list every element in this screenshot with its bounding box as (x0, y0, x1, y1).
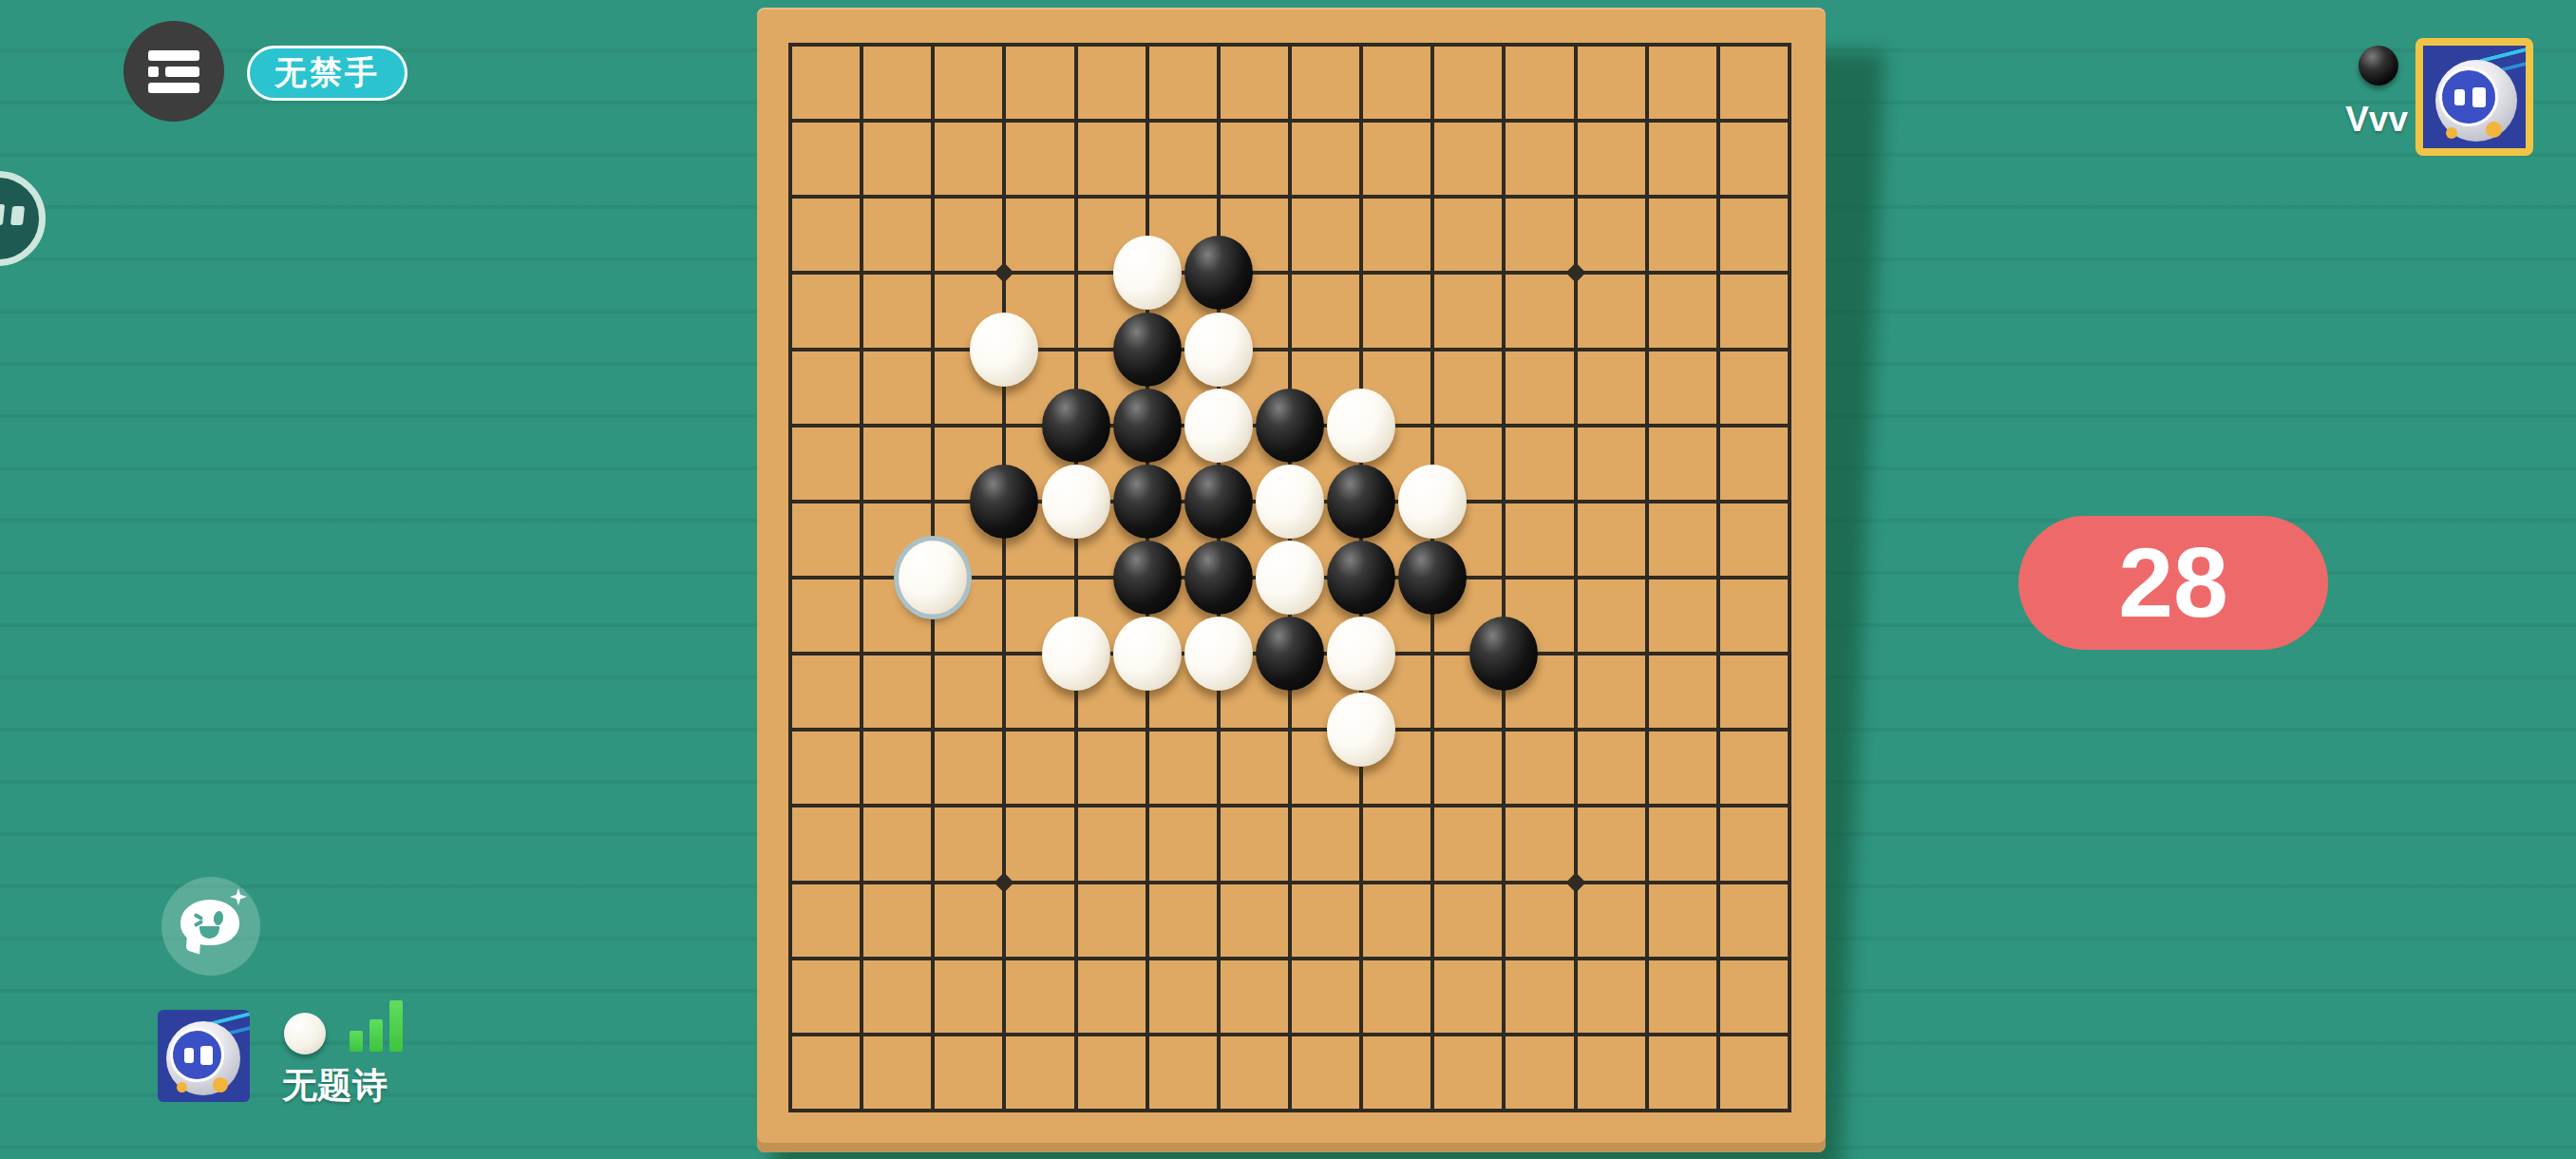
assistant-edge-button[interactable] (0, 171, 46, 266)
self-name: 无题诗 (282, 1062, 388, 1110)
opponent-avatar[interactable] (2415, 38, 2533, 156)
stone-white-last-move (899, 541, 967, 615)
stone-black (970, 465, 1038, 539)
signal-bar (350, 1031, 363, 1052)
stone-black (1256, 617, 1324, 691)
grid-line (788, 1033, 1791, 1036)
self-white-stone-icon (284, 1013, 326, 1054)
stone-white (1398, 465, 1467, 539)
stone-white (1042, 465, 1110, 539)
stone-white (970, 313, 1038, 387)
stone-white (1184, 313, 1253, 387)
grid-line (788, 728, 1791, 731)
stone-black (1469, 617, 1538, 691)
grid-line (1788, 43, 1791, 1112)
stone-black (1327, 465, 1395, 539)
stone-black (1327, 541, 1395, 615)
stone-black (1256, 389, 1324, 463)
stone-white (1042, 617, 1110, 691)
grid-line (788, 1109, 1791, 1112)
signal-bar (369, 1019, 383, 1052)
star-point (1565, 263, 1585, 283)
stone-black (1184, 465, 1253, 539)
grid-line (1716, 43, 1720, 1112)
rule-badge: 无禁手 (247, 46, 407, 101)
stone-white (1327, 693, 1395, 767)
stone-white (1327, 617, 1395, 691)
menu-button[interactable] (123, 21, 224, 122)
signal-strength-icon (350, 1000, 408, 1052)
grid-line (788, 881, 1791, 884)
stone-white (1256, 465, 1324, 539)
stone-black (1113, 313, 1182, 387)
stone-black (1398, 541, 1467, 615)
opponent-name: Vvv (2261, 100, 2408, 140)
move-timer: 28 (2018, 516, 2328, 650)
stone-black (1184, 236, 1253, 310)
grid-line (1645, 43, 1649, 1112)
stone-black (1113, 541, 1182, 615)
hamburger-icon (148, 50, 199, 61)
stone-white (1113, 236, 1182, 310)
stone-white (1184, 389, 1253, 463)
stone-black (1113, 465, 1182, 539)
star-point (994, 872, 1014, 892)
opponent-black-stone-icon (2358, 46, 2398, 85)
grid-line (1502, 43, 1506, 1112)
stone-black (1113, 389, 1182, 463)
stone-white (1184, 617, 1253, 691)
star-point (994, 263, 1014, 283)
stone-white (1327, 389, 1395, 463)
stone-black (1184, 541, 1253, 615)
stone-white (1256, 541, 1324, 615)
robot-eye-icon (0, 204, 5, 225)
star-point (1565, 872, 1585, 892)
grid-line (788, 957, 1791, 960)
grid-line (788, 804, 1791, 807)
gomoku-board[interactable] (757, 8, 1826, 1152)
stone-white (1113, 617, 1182, 691)
stone-black (1042, 389, 1110, 463)
board-grid (790, 45, 1790, 1111)
signal-bar (389, 1000, 403, 1052)
chat-button[interactable] (161, 877, 260, 976)
self-avatar[interactable] (158, 1010, 250, 1102)
sparkle-icon (230, 888, 247, 905)
grid-line (1574, 43, 1578, 1112)
game-screen: 无禁手 28 Vvv (0, 0, 2576, 1159)
